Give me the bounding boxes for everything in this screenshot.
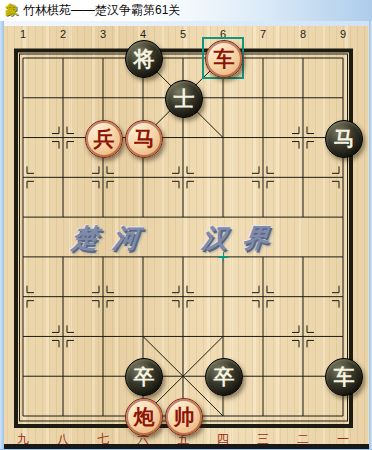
piece-black-马[interactable]: 马 (325, 120, 363, 158)
board-grid (0, 0, 372, 450)
top-file-label: 9 (333, 28, 353, 40)
piece-black-卒[interactable]: 卒 (205, 358, 243, 396)
piece-red-车[interactable]: 车 (205, 40, 243, 78)
river-label-han-jie: 汉界 (200, 221, 286, 256)
top-file-label: 4 (133, 28, 153, 40)
window-border-left (0, 21, 4, 450)
app-window: 象 竹林棋苑——楚汉争霸第61关 123456789九八七六五四三二一 楚河 汉… (0, 0, 372, 450)
top-file-label: 7 (253, 28, 273, 40)
top-file-label: 5 (173, 28, 193, 40)
piece-red-马[interactable]: 马 (125, 120, 163, 158)
piece-red-兵[interactable]: 兵 (85, 120, 123, 158)
piece-black-士[interactable]: 士 (165, 80, 203, 118)
top-file-label: 3 (93, 28, 113, 40)
top-file-label: 2 (53, 28, 73, 40)
piece-black-将[interactable]: 将 (125, 40, 163, 78)
river-label-chu-he: 楚河 (70, 221, 156, 256)
piece-black-卒[interactable]: 卒 (125, 358, 163, 396)
piece-red-炮[interactable]: 炮 (125, 398, 163, 436)
top-file-label: 1 (13, 28, 33, 40)
top-file-label: 8 (293, 28, 313, 40)
piece-red-帅[interactable]: 帅 (165, 398, 203, 436)
move-hint-marker (218, 252, 228, 262)
piece-black-车[interactable]: 车 (325, 358, 363, 396)
